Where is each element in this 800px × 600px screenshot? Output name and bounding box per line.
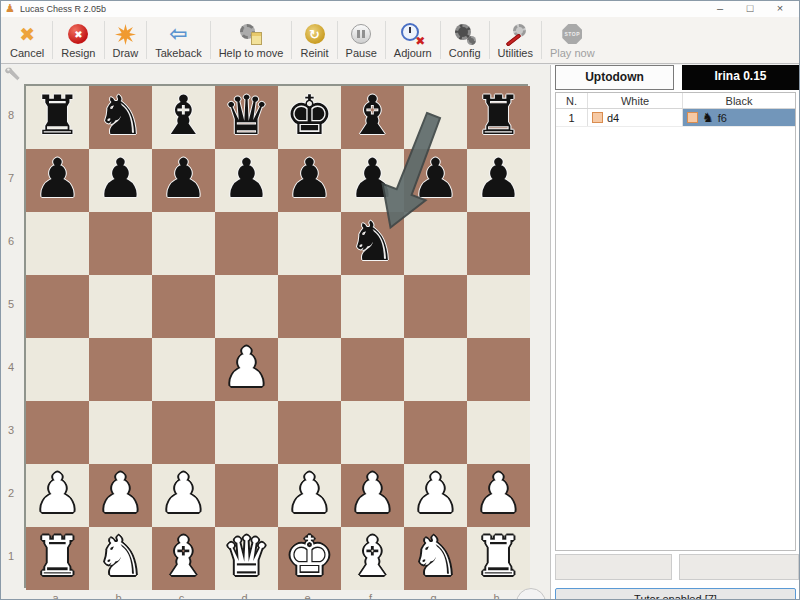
- app-window: ♟ Lucas Chess R 2.05b – □ × ✖ Cancel ✖ R…: [0, 0, 800, 600]
- square-a5[interactable]: [26, 275, 89, 338]
- white-pawn-d4: ♟: [215, 338, 278, 401]
- pause-icon: [351, 24, 371, 44]
- white-pawn-c2: ♟: [152, 464, 215, 527]
- square-f7[interactable]: ♟: [341, 149, 404, 212]
- adjourn-button[interactable]: ✖ Adjourn: [387, 17, 439, 63]
- square-g1[interactable]: ♞: [404, 527, 467, 590]
- rank-label-7: 7: [1, 147, 21, 210]
- square-b4[interactable]: [89, 338, 152, 401]
- black-pawn-b7: ♟: [89, 149, 152, 212]
- black-move-text: f6: [718, 112, 727, 124]
- toolbar-separator: [385, 21, 386, 59]
- square-h4[interactable]: [467, 338, 530, 401]
- square-e3[interactable]: [278, 401, 341, 464]
- square-g2[interactable]: ♟: [404, 464, 467, 527]
- rank-label-1: 1: [1, 525, 21, 588]
- move-square-icon: [592, 112, 603, 123]
- white-pawn-g2: ♟: [404, 464, 467, 527]
- white-knight-g1: ♞: [404, 527, 467, 590]
- square-d3[interactable]: [215, 401, 278, 464]
- square-d1[interactable]: ♛: [215, 527, 278, 590]
- square-h1[interactable]: ♜: [467, 527, 530, 590]
- help-to-move-icon: [240, 23, 262, 45]
- square-a3[interactable]: [26, 401, 89, 464]
- utilities-button[interactable]: Utilities: [491, 17, 540, 63]
- rank-label-3: 3: [1, 399, 21, 462]
- column-header-white: White: [588, 93, 683, 108]
- black-rook-a8: ♜: [26, 86, 89, 149]
- black-knight-b8: ♞: [89, 86, 152, 149]
- file-label-d: d: [213, 592, 276, 600]
- help-to-move-button[interactable]: Help to move: [212, 17, 291, 63]
- square-c8[interactable]: ♝: [152, 86, 215, 149]
- minimize-button[interactable]: –: [705, 1, 735, 17]
- square-b2[interactable]: ♟: [89, 464, 152, 527]
- square-c4[interactable]: [152, 338, 215, 401]
- black-queen-d8: ♛: [215, 86, 278, 149]
- square-f6[interactable]: ♞: [341, 212, 404, 275]
- utilities-tools-icon: [504, 23, 526, 45]
- black-clock-box: [679, 554, 799, 580]
- square-g7[interactable]: ♟: [404, 149, 467, 212]
- black-bishop-f8: ♝: [341, 86, 404, 149]
- move-square-icon: [687, 112, 698, 123]
- toolbar-separator: [210, 21, 211, 59]
- square-d7[interactable]: ♟: [215, 149, 278, 212]
- square-a6[interactable]: [26, 212, 89, 275]
- right-panel: Uptodown Irina 0.15 N. White Black 1 d4: [550, 65, 799, 599]
- square-f5[interactable]: [341, 275, 404, 338]
- board-panel: 87654321 abcdefgh ♜♞♝♛♚♝♜♟♟♟♟♟♟♟♟♞♟♟♟♟♟♟…: [1, 65, 550, 600]
- toolbar-separator: [541, 21, 542, 59]
- square-a1[interactable]: ♜: [26, 527, 89, 590]
- square-b3[interactable]: [89, 401, 152, 464]
- square-g5[interactable]: [404, 275, 467, 338]
- white-pawn-e2: ♟: [278, 464, 341, 527]
- square-c3[interactable]: [152, 401, 215, 464]
- square-d2[interactable]: [215, 464, 278, 527]
- square-g6[interactable]: [404, 212, 467, 275]
- white-pawn-h2: ♟: [467, 464, 530, 527]
- resign-button[interactable]: ✖ Resign: [54, 17, 102, 63]
- toolbar-separator: [104, 21, 105, 59]
- file-label-g: g: [402, 592, 465, 600]
- square-b7[interactable]: ♟: [89, 149, 152, 212]
- square-f4[interactable]: [341, 338, 404, 401]
- pause-button[interactable]: Pause: [339, 17, 384, 63]
- file-label-e: e: [276, 592, 339, 600]
- play-now-button[interactable]: STOP Play now: [543, 17, 602, 63]
- square-b1[interactable]: ♞: [89, 527, 152, 590]
- rank-label-6: 6: [1, 210, 21, 273]
- square-b6[interactable]: [89, 212, 152, 275]
- black-rook-h8: ♜: [467, 86, 530, 149]
- black-knight-f6: ♞: [341, 212, 404, 275]
- square-f2[interactable]: ♟: [341, 464, 404, 527]
- white-pawn-f2: ♟: [341, 464, 404, 527]
- toolbar-separator: [291, 21, 292, 59]
- square-e1[interactable]: ♚: [278, 527, 341, 590]
- reinit-button[interactable]: ↻ Reinit: [293, 17, 335, 63]
- square-e5[interactable]: [278, 275, 341, 338]
- white-king-e1: ♚: [278, 527, 341, 590]
- black-pawn-h7: ♟: [467, 149, 530, 212]
- square-h8[interactable]: ♜: [467, 86, 530, 149]
- cancel-button[interactable]: ✖ Cancel: [3, 17, 51, 63]
- black-pawn-d7: ♟: [215, 149, 278, 212]
- file-label-a: a: [24, 592, 87, 600]
- square-h6[interactable]: [467, 212, 530, 275]
- file-label-c: c: [150, 592, 213, 600]
- knight-piece-icon: ♞: [702, 111, 714, 124]
- square-h2[interactable]: ♟: [467, 464, 530, 527]
- toolbar-separator: [337, 21, 338, 59]
- app-pawn-icon: ♟: [5, 2, 15, 16]
- square-g3[interactable]: [404, 401, 467, 464]
- square-c1[interactable]: ♝: [152, 527, 215, 590]
- square-e6[interactable]: [278, 212, 341, 275]
- square-h7[interactable]: ♟: [467, 149, 530, 212]
- adjourn-clock-icon: ✖: [401, 23, 424, 45]
- toolbar: ✖ Cancel ✖ Resign Draw ⇦ Takeback Help t…: [1, 17, 799, 64]
- white-rook-a1: ♜: [26, 527, 89, 590]
- square-b5[interactable]: [89, 275, 152, 338]
- white-bishop-f1: ♝: [341, 527, 404, 590]
- square-b8[interactable]: ♞: [89, 86, 152, 149]
- white-queen-d1: ♛: [215, 527, 278, 590]
- takeback-arrow-icon: ⇦: [169, 23, 187, 45]
- square-c6[interactable]: [152, 212, 215, 275]
- move-row-1: 1 d4 ♞ f6: [556, 109, 795, 127]
- black-pawn-c7: ♟: [152, 149, 215, 212]
- white-move-text: d4: [607, 112, 619, 124]
- file-label-b: b: [87, 592, 150, 600]
- square-c2[interactable]: ♟: [152, 464, 215, 527]
- white-knight-b1: ♞: [89, 527, 152, 590]
- window-title: Lucas Chess R 2.05b: [20, 4, 106, 14]
- toolbar-separator: [146, 21, 147, 59]
- square-d6[interactable]: [215, 212, 278, 275]
- white-clock-box: [555, 554, 672, 580]
- square-e4[interactable]: [278, 338, 341, 401]
- move-list-header: N. White Black: [556, 93, 795, 109]
- column-header-n: N.: [556, 93, 588, 108]
- board-settings-wrench-icon[interactable]: [5, 66, 21, 82]
- white-pawn-a2: ♟: [26, 464, 89, 527]
- square-f3[interactable]: [341, 401, 404, 464]
- rank-label-5: 5: [1, 273, 21, 336]
- square-g8[interactable]: [404, 86, 467, 149]
- toolbar-separator: [440, 21, 441, 59]
- move-list: N. White Black 1 d4 ♞ f6: [555, 92, 796, 551]
- config-button[interactable]: Config: [442, 17, 488, 63]
- square-e8[interactable]: ♚: [278, 86, 341, 149]
- move-number: 1: [556, 109, 588, 126]
- square-f8[interactable]: ♝: [341, 86, 404, 149]
- black-pawn-g7: ♟: [404, 149, 467, 212]
- column-header-black: Black: [683, 93, 795, 108]
- white-rook-h1: ♜: [467, 527, 530, 590]
- square-f1[interactable]: ♝: [341, 527, 404, 590]
- white-move-cell[interactable]: d4: [588, 109, 683, 126]
- white-pawn-b2: ♟: [89, 464, 152, 527]
- rank-label-8: 8: [1, 84, 21, 147]
- square-c7[interactable]: ♟: [152, 149, 215, 212]
- square-c5[interactable]: [152, 275, 215, 338]
- square-e2[interactable]: ♟: [278, 464, 341, 527]
- black-move-cell-selected[interactable]: ♞ f6: [683, 109, 795, 126]
- square-a7[interactable]: ♟: [26, 149, 89, 212]
- square-g4[interactable]: [404, 338, 467, 401]
- square-d8[interactable]: ♛: [215, 86, 278, 149]
- black-bishop-c8: ♝: [152, 86, 215, 149]
- config-gear-icon: [454, 23, 476, 45]
- stop-sign-icon: STOP: [562, 24, 582, 44]
- resign-icon: ✖: [68, 24, 88, 44]
- square-h5[interactable]: [467, 275, 530, 338]
- square-a4[interactable]: [26, 338, 89, 401]
- cancel-icon: ✖: [19, 23, 35, 45]
- maximize-button[interactable]: □: [735, 1, 765, 17]
- chess-board: ♜♞♝♛♚♝♜♟♟♟♟♟♟♟♟♞♟♟♟♟♟♟♟♟♜♞♝♛♚♝♞♜: [24, 84, 528, 588]
- black-king-e8: ♚: [278, 86, 341, 149]
- rank-label-4: 4: [1, 336, 21, 399]
- toolbar-separator: [52, 21, 53, 59]
- black-pawn-f7: ♟: [341, 149, 404, 212]
- reinit-icon: ↻: [305, 24, 325, 44]
- draw-star-icon: [115, 22, 136, 46]
- black-pawn-a7: ♟: [26, 149, 89, 212]
- square-a2[interactable]: ♟: [26, 464, 89, 527]
- titlebar: ♟ Lucas Chess R 2.05b – □ ×: [1, 1, 799, 17]
- square-d5[interactable]: [215, 275, 278, 338]
- draw-button[interactable]: Draw: [106, 17, 146, 63]
- takeback-button[interactable]: ⇦ Takeback: [148, 17, 208, 63]
- toolbar-separator: [489, 21, 490, 59]
- file-label-f: f: [339, 592, 402, 600]
- square-e7[interactable]: ♟: [278, 149, 341, 212]
- black-player-name: Irina 0.15: [682, 65, 799, 90]
- black-pawn-e7: ♟: [278, 149, 341, 212]
- tutor-enabled-button[interactable]: Tutor enabled [7]: [555, 588, 796, 600]
- white-bishop-c1: ♝: [152, 527, 215, 590]
- square-a8[interactable]: ♜: [26, 86, 89, 149]
- square-d4[interactable]: ♟: [215, 338, 278, 401]
- close-button[interactable]: ×: [765, 1, 795, 17]
- white-player-name: Uptodown: [555, 65, 674, 90]
- square-h3[interactable]: [467, 401, 530, 464]
- rank-label-2: 2: [1, 462, 21, 525]
